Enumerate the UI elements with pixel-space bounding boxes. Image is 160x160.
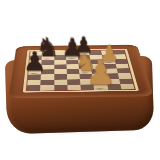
chess-board-top: ♟♞♟♟♞♟♟ (8, 45, 154, 99)
black-pawn-glyph: ♟ (23, 49, 46, 75)
chess-set-photo: ♟♞♟♟♞♟♟ (0, 0, 160, 160)
white-pawn-glyph: ♟ (86, 56, 117, 90)
